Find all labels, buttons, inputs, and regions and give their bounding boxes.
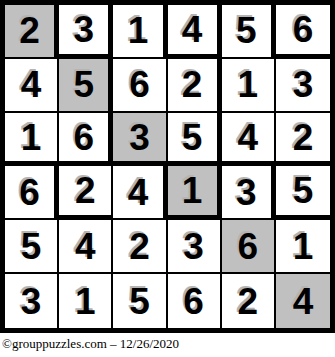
cell-value: 4 <box>128 174 149 211</box>
cell-value: 3 <box>129 119 150 156</box>
cell-value: 5 <box>21 228 42 265</box>
cell-value: 2 <box>237 283 258 320</box>
cell-r4c4: 1 <box>168 166 222 220</box>
cell-r5c3: 2 <box>113 220 167 274</box>
cell-r4c2: 2 <box>59 166 113 220</box>
cell-r2c3: 6 <box>113 59 167 113</box>
cell-r1c1: 2 <box>5 5 59 59</box>
cell-r1c6: 6 <box>276 5 330 59</box>
cell-value: 4 <box>237 119 258 156</box>
cell-r6c2: 1 <box>59 274 113 328</box>
cell-value: 6 <box>237 228 258 265</box>
cell-r6c1: 3 <box>5 274 59 328</box>
cell-r2c5: 1 <box>222 59 276 113</box>
cell-value: 3 <box>21 283 42 320</box>
cell-r1c3: 1 <box>113 5 167 59</box>
cell-value: 1 <box>293 228 314 265</box>
cell-value: 2 <box>293 119 314 156</box>
cell-value: 5 <box>293 172 314 209</box>
cell-value: 4 <box>182 11 203 48</box>
cell-r4c3: 4 <box>113 166 167 220</box>
cell-value: 6 <box>73 119 94 156</box>
cell-value: 3 <box>73 11 94 48</box>
cell-r6c6: 4 <box>276 274 330 328</box>
cell-r3c5: 4 <box>222 113 276 167</box>
cell-r3c4: 5 <box>168 113 222 167</box>
cell-value: 2 <box>19 12 40 49</box>
cell-r2c2: 5 <box>59 59 113 113</box>
cell-value: 3 <box>236 174 257 211</box>
cell-r6c4: 6 <box>168 274 222 328</box>
puzzle-page: 231456456213163542624135542361315624 ©gr… <box>0 0 335 357</box>
cell-r5c1: 5 <box>5 220 59 274</box>
sudoku-board: 231456456213163542624135542361315624 <box>0 0 335 333</box>
cell-r5c6: 1 <box>276 220 330 274</box>
cell-r2c4: 2 <box>168 59 222 113</box>
cell-value: 5 <box>73 66 94 103</box>
cell-r1c2: 3 <box>59 5 113 59</box>
cell-value: 4 <box>21 66 42 103</box>
cell-r5c4: 3 <box>168 220 222 274</box>
cell-value: 5 <box>129 283 150 320</box>
cell-value: 6 <box>293 11 314 48</box>
cell-value: 6 <box>129 66 150 103</box>
cell-value: 4 <box>293 283 314 320</box>
cell-r3c6: 2 <box>276 113 330 167</box>
cell-value: 1 <box>128 12 149 49</box>
cell-value: 1 <box>237 66 258 103</box>
cell-value: 2 <box>129 228 150 265</box>
cell-r5c5: 6 <box>222 220 276 274</box>
cell-r4c5: 3 <box>222 166 276 220</box>
cell-value: 2 <box>182 66 203 103</box>
cell-r2c1: 4 <box>5 59 59 113</box>
cell-value: 3 <box>183 228 204 265</box>
copyright-credit: ©grouppuzzles.com – 12/26/2020 <box>2 336 333 356</box>
cell-value: 2 <box>75 172 96 209</box>
cell-r4c6: 5 <box>276 166 330 220</box>
cell-value: 5 <box>182 119 203 156</box>
cell-r3c3: 3 <box>113 113 167 167</box>
cell-value: 1 <box>21 119 42 156</box>
cell-r6c3: 5 <box>113 274 167 328</box>
cell-value: 6 <box>183 283 204 320</box>
cell-r5c2: 4 <box>59 220 113 274</box>
cell-r2c6: 3 <box>276 59 330 113</box>
cell-r6c5: 2 <box>222 274 276 328</box>
cell-r4c1: 6 <box>5 166 59 220</box>
cell-r3c1: 1 <box>5 113 59 167</box>
cell-r1c5: 5 <box>222 5 276 59</box>
cell-value: 4 <box>75 228 96 265</box>
cell-value: 1 <box>75 283 96 320</box>
cell-r1c4: 4 <box>168 5 222 59</box>
cell-r3c2: 6 <box>59 113 113 167</box>
cell-value: 3 <box>293 66 314 103</box>
cell-value: 6 <box>19 174 40 211</box>
cell-value: 5 <box>236 12 257 49</box>
cell-value: 1 <box>182 172 203 209</box>
